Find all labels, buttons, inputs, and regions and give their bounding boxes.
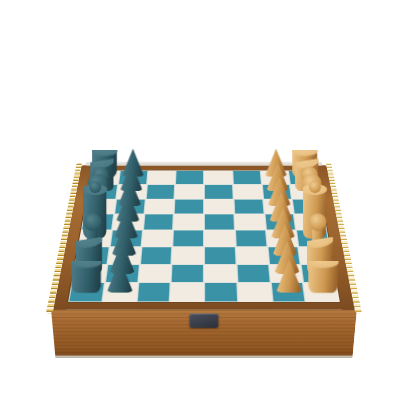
piece-black-rook[interactable] — [71, 261, 100, 293]
pieces-layer — [53, 165, 354, 310]
piece-black-pawn[interactable] — [106, 259, 133, 293]
chess-case — [53, 165, 354, 310]
piece-white-rook[interactable] — [308, 261, 337, 293]
piece-white-pawn[interactable] — [275, 259, 302, 293]
case-latch-icon — [190, 313, 219, 327]
case-front-panel — [51, 310, 357, 358]
product-photo-scene — [0, 0, 400, 400]
